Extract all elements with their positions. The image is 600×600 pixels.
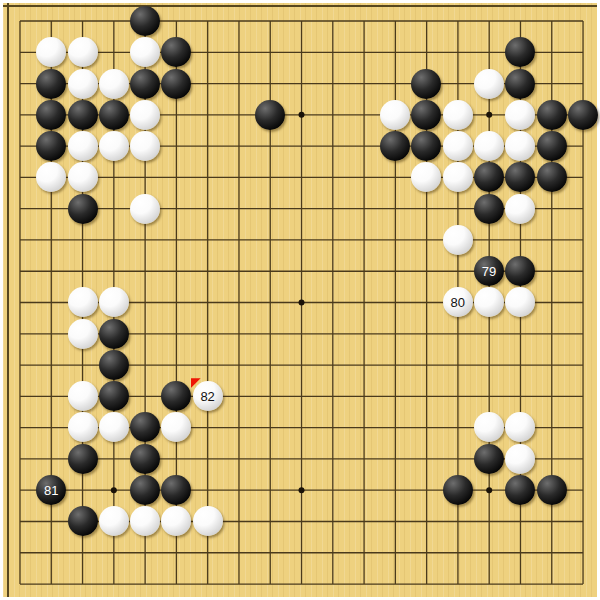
white-stone[interactable] (68, 162, 98, 192)
white-stone[interactable] (505, 287, 535, 317)
black-stone[interactable] (505, 162, 535, 192)
black-stone[interactable] (68, 506, 98, 536)
move-number-label: 80 (451, 296, 465, 309)
white-stone[interactable] (99, 131, 129, 161)
white-stone[interactable] (130, 100, 160, 130)
white-stone[interactable] (68, 287, 98, 317)
black-stone[interactable] (130, 412, 160, 442)
black-stone[interactable] (474, 444, 504, 474)
black-stone[interactable] (411, 100, 441, 130)
white-stone[interactable] (505, 444, 535, 474)
black-stone[interactable] (411, 131, 441, 161)
last-move-marker (191, 378, 201, 388)
white-stone[interactable] (161, 506, 191, 536)
go-board[interactable]: 79808281 (3, 3, 597, 597)
white-stone[interactable] (68, 131, 98, 161)
white-stone[interactable] (130, 194, 160, 224)
black-stone[interactable] (537, 131, 567, 161)
black-stone[interactable]: 81 (36, 475, 66, 505)
black-stone[interactable] (36, 69, 66, 99)
white-stone[interactable] (505, 131, 535, 161)
black-stone[interactable] (130, 475, 160, 505)
white-stone[interactable] (443, 225, 473, 255)
black-stone[interactable] (568, 100, 598, 130)
white-stone[interactable] (474, 131, 504, 161)
black-stone[interactable] (99, 100, 129, 130)
move-number-label: 81 (44, 484, 58, 497)
move-number-label: 82 (200, 390, 214, 403)
black-stone[interactable] (161, 37, 191, 67)
black-stone[interactable] (36, 100, 66, 130)
black-stone[interactable] (474, 194, 504, 224)
white-stone[interactable] (68, 381, 98, 411)
move-number-label: 79 (482, 265, 496, 278)
white-stone[interactable] (474, 69, 504, 99)
white-stone[interactable] (161, 412, 191, 442)
white-stone[interactable] (99, 287, 129, 317)
black-stone[interactable] (443, 475, 473, 505)
white-stone[interactable]: 80 (443, 287, 473, 317)
black-stone[interactable]: 79 (474, 256, 504, 286)
black-stone[interactable] (537, 100, 567, 130)
black-stone[interactable] (505, 69, 535, 99)
black-stone[interactable] (505, 37, 535, 67)
black-stone[interactable] (161, 69, 191, 99)
white-stone[interactable] (443, 131, 473, 161)
black-stone[interactable] (130, 6, 160, 36)
white-stone[interactable] (505, 194, 535, 224)
black-stone[interactable] (68, 194, 98, 224)
white-stone[interactable] (443, 100, 473, 130)
black-stone[interactable] (411, 69, 441, 99)
black-stone[interactable] (255, 100, 285, 130)
white-stone[interactable] (68, 412, 98, 442)
black-stone[interactable] (99, 381, 129, 411)
white-stone[interactable] (505, 100, 535, 130)
black-stone[interactable] (36, 131, 66, 161)
white-stone[interactable] (36, 37, 66, 67)
stones-layer: 79808281 (4, 5, 598, 599)
black-stone[interactable] (130, 444, 160, 474)
black-stone[interactable] (161, 381, 191, 411)
white-stone[interactable] (68, 37, 98, 67)
white-stone[interactable] (36, 162, 66, 192)
black-stone[interactable] (161, 475, 191, 505)
white-stone[interactable] (505, 412, 535, 442)
black-stone[interactable] (68, 444, 98, 474)
black-stone[interactable] (505, 256, 535, 286)
white-stone[interactable] (443, 162, 473, 192)
white-stone[interactable] (99, 412, 129, 442)
black-stone[interactable] (99, 319, 129, 349)
white-stone[interactable] (130, 131, 160, 161)
white-stone[interactable] (193, 506, 223, 536)
white-stone[interactable] (411, 162, 441, 192)
black-stone[interactable] (537, 475, 567, 505)
white-stone[interactable] (474, 412, 504, 442)
white-stone[interactable] (130, 37, 160, 67)
white-stone[interactable] (130, 506, 160, 536)
black-stone[interactable] (99, 350, 129, 380)
black-stone[interactable] (537, 162, 567, 192)
white-stone[interactable] (99, 506, 129, 536)
black-stone[interactable] (68, 100, 98, 130)
white-stone[interactable] (68, 319, 98, 349)
black-stone[interactable] (505, 475, 535, 505)
white-stone[interactable]: 82 (193, 381, 223, 411)
white-stone[interactable] (99, 69, 129, 99)
white-stone[interactable] (380, 100, 410, 130)
black-stone[interactable] (474, 162, 504, 192)
black-stone[interactable] (130, 69, 160, 99)
black-stone[interactable] (380, 131, 410, 161)
white-stone[interactable] (474, 287, 504, 317)
white-stone[interactable] (68, 69, 98, 99)
